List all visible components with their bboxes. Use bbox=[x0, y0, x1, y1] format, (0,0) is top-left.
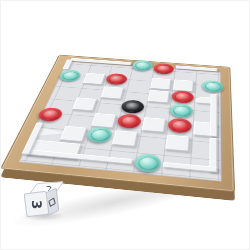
maze-wall-left bbox=[62, 59, 73, 69]
raised-square-tile bbox=[112, 130, 138, 146]
wooden-frame bbox=[0, 55, 235, 192]
board-field bbox=[19, 61, 222, 181]
product-photo-stage: 3 bbox=[0, 0, 250, 250]
piece-red[interactable] bbox=[153, 63, 175, 75]
raised-square-tile bbox=[83, 73, 106, 85]
maze-wall-right bbox=[210, 94, 218, 137]
piece-red[interactable] bbox=[116, 113, 142, 129]
raised-square-tile bbox=[72, 97, 97, 111]
piece-red[interactable] bbox=[167, 118, 192, 134]
raised-square-tile bbox=[147, 90, 169, 103]
piece-teal[interactable] bbox=[169, 103, 193, 118]
piece-black[interactable] bbox=[120, 99, 145, 114]
raised-square-tile bbox=[101, 86, 124, 99]
die-front-face: 3 bbox=[24, 191, 50, 218]
piece-teal[interactable] bbox=[131, 60, 153, 71]
game-board bbox=[0, 55, 235, 192]
raised-square-tile bbox=[173, 79, 194, 91]
raised-square-tile bbox=[91, 113, 117, 128]
raised-square-tile bbox=[142, 117, 166, 132]
maze-wall-top bbox=[176, 65, 218, 71]
die[interactable]: 3 bbox=[24, 183, 62, 219]
piece-teal[interactable] bbox=[58, 70, 83, 82]
piece-red[interactable] bbox=[171, 90, 194, 104]
raised-square-tile bbox=[60, 126, 87, 142]
raised-square-tile bbox=[165, 135, 190, 152]
maze-wall-bottom bbox=[26, 149, 134, 164]
die-value: 3 bbox=[29, 199, 44, 209]
piece-red[interactable] bbox=[105, 73, 129, 85]
piece-red[interactable] bbox=[36, 107, 64, 122]
raised-square-tile bbox=[150, 78, 172, 90]
piece-teal[interactable] bbox=[202, 80, 224, 93]
maze-wall-top bbox=[70, 58, 132, 65]
piece-teal[interactable] bbox=[85, 126, 113, 143]
piece-teal[interactable] bbox=[133, 153, 161, 173]
